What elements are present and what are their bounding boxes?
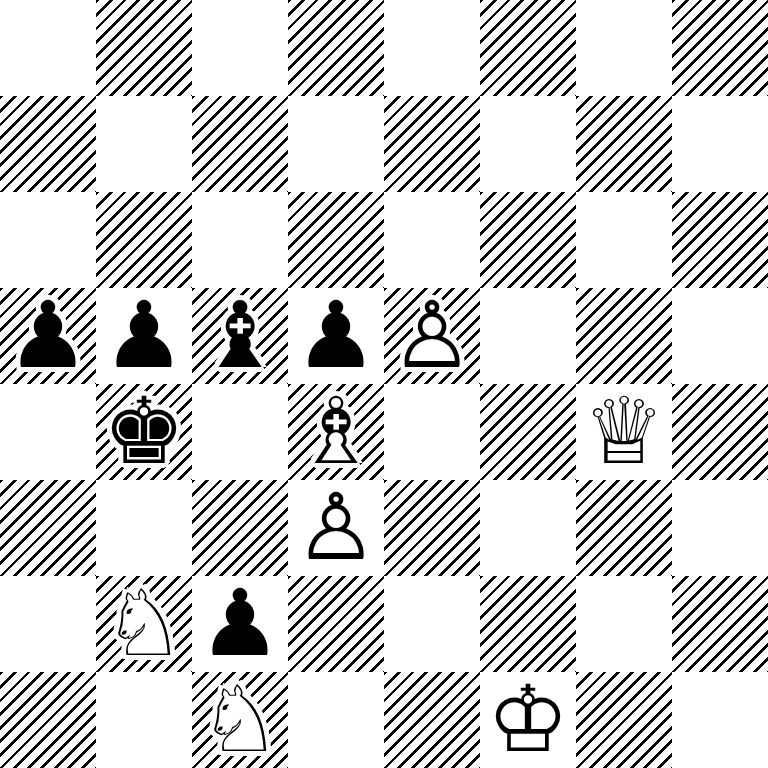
square-e2[interactable] — [384, 576, 480, 672]
square-d6[interactable] — [288, 192, 384, 288]
white-knight-piece[interactable]: ♞♘ — [96, 576, 192, 672]
square-g5[interactable] — [576, 288, 672, 384]
white-king-piece[interactable]: ♚♔ — [480, 672, 576, 768]
square-g6[interactable] — [576, 192, 672, 288]
white-bishop-icon: ♗ — [288, 384, 384, 480]
square-b8[interactable] — [96, 0, 192, 96]
chessboard: ♟♟♟♟♝♝♟♟♟♙♚♚♝♗♛♕♟♙♞♘♟♟♞♘♚♔ — [0, 0, 768, 768]
square-h8[interactable] — [672, 0, 768, 96]
white-queen-icon: ♕ — [576, 384, 672, 480]
square-d2[interactable] — [288, 576, 384, 672]
square-a3[interactable] — [0, 480, 96, 576]
square-d7[interactable] — [288, 96, 384, 192]
square-e8[interactable] — [384, 0, 480, 96]
black-bishop-piece[interactable]: ♝♝ — [192, 288, 288, 384]
black-pawn-icon: ♟ — [288, 288, 384, 384]
square-h4[interactable] — [672, 384, 768, 480]
square-b5[interactable]: ♟♟ — [96, 288, 192, 384]
white-bishop-piece[interactable]: ♝♗ — [288, 384, 384, 480]
square-c1[interactable]: ♞♘ — [192, 672, 288, 768]
black-bishop-icon: ♝ — [192, 288, 288, 384]
square-h2[interactable] — [672, 576, 768, 672]
black-pawn-icon: ♟ — [192, 576, 288, 672]
square-a5[interactable]: ♟♟ — [0, 288, 96, 384]
square-c5[interactable]: ♝♝ — [192, 288, 288, 384]
square-d3[interactable]: ♟♙ — [288, 480, 384, 576]
white-pawn-piece[interactable]: ♟♙ — [288, 480, 384, 576]
square-a1[interactable] — [0, 672, 96, 768]
square-f1[interactable]: ♚♔ — [480, 672, 576, 768]
square-a6[interactable] — [0, 192, 96, 288]
square-f3[interactable] — [480, 480, 576, 576]
square-e6[interactable] — [384, 192, 480, 288]
square-d4[interactable]: ♝♗ — [288, 384, 384, 480]
black-king-piece[interactable]: ♚♚ — [96, 384, 192, 480]
square-c2[interactable]: ♟♟ — [192, 576, 288, 672]
square-b3[interactable] — [96, 480, 192, 576]
square-c6[interactable] — [192, 192, 288, 288]
square-d5[interactable]: ♟♟ — [288, 288, 384, 384]
square-e1[interactable] — [384, 672, 480, 768]
square-h6[interactable] — [672, 192, 768, 288]
square-b1[interactable] — [96, 672, 192, 768]
square-e3[interactable] — [384, 480, 480, 576]
square-g3[interactable] — [576, 480, 672, 576]
square-e7[interactable] — [384, 96, 480, 192]
black-pawn-piece[interactable]: ♟♟ — [288, 288, 384, 384]
black-pawn-piece[interactable]: ♟♟ — [0, 288, 96, 384]
white-queen-piece[interactable]: ♛♕ — [576, 384, 672, 480]
square-f2[interactable] — [480, 576, 576, 672]
square-b4[interactable]: ♚♚ — [96, 384, 192, 480]
square-g4[interactable]: ♛♕ — [576, 384, 672, 480]
white-pawn-icon: ♙ — [288, 480, 384, 576]
square-e5[interactable]: ♟♙ — [384, 288, 480, 384]
square-h1[interactable] — [672, 672, 768, 768]
white-knight-piece[interactable]: ♞♘ — [192, 672, 288, 768]
white-knight-icon: ♘ — [96, 576, 192, 672]
black-pawn-piece[interactable]: ♟♟ — [96, 288, 192, 384]
square-g1[interactable] — [576, 672, 672, 768]
square-g7[interactable] — [576, 96, 672, 192]
square-b6[interactable] — [96, 192, 192, 288]
square-b7[interactable] — [96, 96, 192, 192]
square-g2[interactable] — [576, 576, 672, 672]
square-f7[interactable] — [480, 96, 576, 192]
square-f5[interactable] — [480, 288, 576, 384]
black-king-icon: ♚ — [96, 384, 192, 480]
square-f6[interactable] — [480, 192, 576, 288]
square-b2[interactable]: ♞♘ — [96, 576, 192, 672]
black-pawn-icon: ♟ — [96, 288, 192, 384]
square-e4[interactable] — [384, 384, 480, 480]
square-a4[interactable] — [0, 384, 96, 480]
square-d1[interactable] — [288, 672, 384, 768]
square-f8[interactable] — [480, 0, 576, 96]
square-g8[interactable] — [576, 0, 672, 96]
white-king-icon: ♔ — [480, 672, 576, 768]
square-c3[interactable] — [192, 480, 288, 576]
square-c7[interactable] — [192, 96, 288, 192]
black-pawn-icon: ♟ — [0, 288, 96, 384]
black-pawn-piece[interactable]: ♟♟ — [192, 576, 288, 672]
square-d8[interactable] — [288, 0, 384, 96]
white-pawn-icon: ♙ — [384, 288, 480, 384]
square-h3[interactable] — [672, 480, 768, 576]
white-pawn-piece[interactable]: ♟♙ — [384, 288, 480, 384]
white-knight-icon: ♘ — [192, 672, 288, 768]
square-a2[interactable] — [0, 576, 96, 672]
square-c4[interactable] — [192, 384, 288, 480]
square-h5[interactable] — [672, 288, 768, 384]
square-f4[interactable] — [480, 384, 576, 480]
square-h7[interactable] — [672, 96, 768, 192]
square-a8[interactable] — [0, 0, 96, 96]
square-c8[interactable] — [192, 0, 288, 96]
square-a7[interactable] — [0, 96, 96, 192]
